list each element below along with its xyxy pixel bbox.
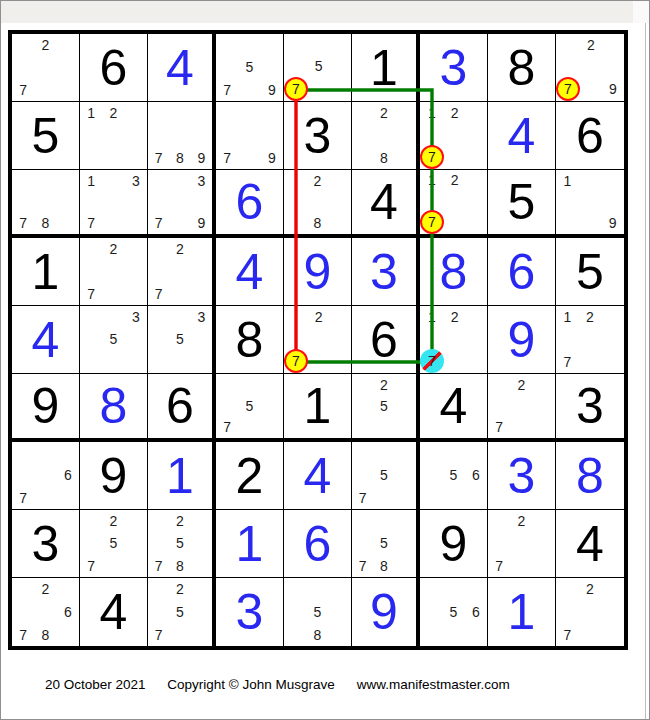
empty-candidate-slot xyxy=(169,283,190,305)
cell-r2c3[interactable]: 789 xyxy=(148,102,216,170)
cell-r9c4[interactable]: 3 xyxy=(216,578,284,646)
cell-r9c3[interactable]: 257 xyxy=(148,578,216,646)
cell-r1c3[interactable]: 4 xyxy=(148,34,216,102)
candidate-grid: 257 xyxy=(148,578,212,646)
empty-candidate-slot xyxy=(12,170,34,191)
candidate-9: 9 xyxy=(602,77,624,101)
cell-r9c1[interactable]: 2678 xyxy=(12,578,80,646)
empty-candidate-slot xyxy=(352,442,373,464)
candidate-grid: 379 xyxy=(148,170,212,234)
cell-r9c5[interactable]: 58 xyxy=(284,578,352,646)
given-digit: 8 xyxy=(488,34,555,101)
cell-r7c6[interactable]: 57 xyxy=(352,442,420,510)
empty-candidate-slot xyxy=(261,395,283,416)
empty-candidate-slot xyxy=(80,351,102,373)
cell-r2c5[interactable]: 3 xyxy=(284,102,352,170)
empty-candidate-slot xyxy=(34,487,56,509)
candidate-7: 7 xyxy=(488,417,510,438)
cell-r3c1[interactable]: 78 xyxy=(12,170,80,238)
candidate-grid: 257 xyxy=(80,510,147,577)
empty-candidate-slot xyxy=(80,532,102,554)
empty-candidate-slot xyxy=(125,124,147,146)
empty-candidate-slot xyxy=(191,124,212,146)
empty-candidate-slot xyxy=(102,260,124,282)
cell-r6c5[interactable]: 1 xyxy=(284,374,352,442)
empty-candidate-slot xyxy=(148,510,169,532)
candidate-8: 8 xyxy=(34,623,56,646)
cell-r6c1[interactable]: 9 xyxy=(12,374,80,442)
empty-candidate-slot xyxy=(125,283,147,305)
empty-candidate-slot xyxy=(216,56,238,78)
candidate-5: 5 xyxy=(442,464,464,486)
cell-r3c8[interactable]: 5 xyxy=(488,170,556,238)
empty-candidate-slot xyxy=(12,601,34,624)
solved-digit: 3 xyxy=(488,442,555,509)
footer-website: www.manifestmaster.com xyxy=(357,677,510,692)
given-digit: 4 xyxy=(556,510,624,577)
empty-candidate-slot xyxy=(191,555,212,577)
candidate-2: 2 xyxy=(373,102,394,124)
sudoku-board: 2764579571382795127897932812746781373796… xyxy=(8,30,628,650)
footer-copyright: Copyright © John Musgrave xyxy=(167,677,335,692)
empty-candidate-slot xyxy=(238,102,260,124)
empty-candidate-slot xyxy=(329,213,351,234)
empty-candidate-slot xyxy=(57,170,79,191)
candidate-8: 8 xyxy=(373,147,394,169)
empty-candidate-slot xyxy=(148,260,169,282)
cell-r8c1[interactable]: 3 xyxy=(12,510,80,578)
empty-candidate-slot xyxy=(238,34,260,56)
candidate-grid: 137 xyxy=(80,170,147,234)
empty-candidate-slot xyxy=(533,532,555,554)
solved-digit: 3 xyxy=(352,238,416,305)
empty-candidate-slot xyxy=(102,351,124,373)
empty-candidate-slot xyxy=(466,328,488,350)
empty-candidate-slot xyxy=(579,170,602,191)
cell-r2c2[interactable]: 12 xyxy=(80,102,148,170)
candidate-8: 8 xyxy=(306,213,328,234)
candidate-grid: 57 xyxy=(352,442,416,509)
empty-candidate-slot xyxy=(330,34,352,56)
cell-r4c2[interactable]: 27 xyxy=(80,238,148,306)
empty-candidate-slot xyxy=(352,417,373,438)
footer-date: 20 October 2021 xyxy=(45,677,146,692)
empty-candidate-slot xyxy=(125,102,147,124)
empty-candidate-slot xyxy=(466,349,488,373)
given-digit: 8 xyxy=(216,306,283,373)
empty-candidate-slot xyxy=(579,328,602,350)
cell-r4c9[interactable]: 5 xyxy=(556,238,624,306)
empty-candidate-slot xyxy=(444,328,466,350)
candidate-grid: 58 xyxy=(284,578,351,646)
cell-r7c4[interactable]: 2 xyxy=(216,442,284,510)
empty-candidate-slot xyxy=(238,79,260,101)
solved-digit: 1 xyxy=(488,578,555,646)
top-bar-end xyxy=(633,1,650,23)
candidate-grid: 27 xyxy=(80,238,147,305)
empty-candidate-slot xyxy=(284,34,308,56)
empty-candidate-slot xyxy=(34,79,56,101)
cell-r2c6[interactable]: 28 xyxy=(352,102,420,170)
empty-candidate-slot xyxy=(556,56,580,78)
empty-candidate-slot xyxy=(420,464,442,486)
cell-r6c6[interactable]: 25 xyxy=(352,374,420,442)
candidate-grid: 79 xyxy=(216,102,283,169)
empty-candidate-slot xyxy=(216,374,238,395)
empty-candidate-slot xyxy=(444,145,466,169)
candidate-9: 9 xyxy=(261,79,283,101)
cell-r4c5[interactable]: 9 xyxy=(284,238,352,306)
empty-candidate-slot xyxy=(373,124,394,146)
empty-candidate-slot xyxy=(395,147,416,169)
empty-candidate-slot xyxy=(308,328,330,350)
cell-r7c8[interactable]: 3 xyxy=(488,442,556,510)
empty-candidate-slot xyxy=(330,306,352,328)
empty-candidate-slot xyxy=(466,306,488,328)
cell-r5c4[interactable]: 8 xyxy=(216,306,284,374)
cell-r3c6[interactable]: 4 xyxy=(352,170,420,238)
empty-candidate-slot xyxy=(102,124,124,146)
candidate-1: 1 xyxy=(556,306,579,328)
candidate-grid: 127 xyxy=(420,170,487,234)
empty-candidate-slot xyxy=(308,34,330,56)
empty-candidate-slot xyxy=(191,102,212,124)
candidate-5: 5 xyxy=(102,532,124,554)
empty-candidate-slot xyxy=(57,578,79,601)
cell-r4c4[interactable]: 4 xyxy=(216,238,284,306)
candidate-3: 3 xyxy=(125,170,147,191)
cell-r5c7[interactable]: 127 xyxy=(420,306,488,374)
empty-candidate-slot xyxy=(57,56,79,78)
given-digit: 1 xyxy=(12,238,79,305)
cell-r9c9[interactable]: 27 xyxy=(556,578,624,646)
candidate-9: 9 xyxy=(261,147,283,169)
empty-candidate-slot xyxy=(102,191,124,212)
cell-r3c5[interactable]: 28 xyxy=(284,170,352,238)
empty-candidate-slot xyxy=(169,260,190,282)
given-digit: 9 xyxy=(420,510,487,577)
empty-candidate-slot xyxy=(102,306,124,328)
cell-r7c1[interactable]: 67 xyxy=(12,442,80,510)
candidate-grid: 12 xyxy=(80,102,147,169)
candidate-1: 1 xyxy=(420,170,444,190)
empty-candidate-slot xyxy=(191,351,212,373)
empty-candidate-slot xyxy=(352,147,373,169)
candidate-grid: 578 xyxy=(352,510,416,577)
cell-r8c7[interactable]: 9 xyxy=(420,510,488,578)
cell-r7c2[interactable]: 9 xyxy=(80,442,148,510)
page: 2764579571382795127897932812746781373796… xyxy=(0,0,650,720)
empty-candidate-slot xyxy=(488,532,510,554)
cell-r6c8[interactable]: 27 xyxy=(488,374,556,442)
cell-r3c4[interactable]: 6 xyxy=(216,170,284,238)
empty-candidate-slot xyxy=(395,487,416,509)
empty-candidate-slot xyxy=(191,623,212,646)
candidate-5: 5 xyxy=(373,395,394,416)
candidate-7: 7 xyxy=(148,147,169,169)
candidate-grid: 78 xyxy=(12,170,79,234)
candidate-grid: 57 xyxy=(216,374,283,438)
empty-candidate-slot xyxy=(466,145,488,169)
candidate-2: 2 xyxy=(169,238,190,260)
empty-candidate-slot xyxy=(284,623,306,646)
empty-candidate-slot xyxy=(80,306,102,328)
candidate-2: 2 xyxy=(444,170,466,190)
cell-r4c3[interactable]: 27 xyxy=(148,238,216,306)
cell-r5c8[interactable]: 9 xyxy=(488,306,556,374)
candidate-2: 2 xyxy=(444,306,466,328)
cell-r7c3[interactable]: 1 xyxy=(148,442,216,510)
cell-r4c1[interactable]: 1 xyxy=(12,238,80,306)
candidate-7: 7 xyxy=(80,213,102,234)
cell-r4c8[interactable]: 6 xyxy=(488,238,556,306)
candidate-2: 2 xyxy=(34,578,56,601)
solved-digit: 8 xyxy=(80,374,147,438)
empty-candidate-slot xyxy=(148,170,169,191)
chain-node-candidate-7: 7 xyxy=(284,77,308,101)
empty-candidate-slot xyxy=(488,395,510,416)
empty-candidate-slot xyxy=(329,191,351,212)
elimination-target-candidate-7: 7 xyxy=(420,349,444,373)
cell-r2c7[interactable]: 127 xyxy=(420,102,488,170)
cell-r7c5[interactable]: 4 xyxy=(284,442,352,510)
empty-candidate-slot xyxy=(442,487,464,509)
empty-candidate-slot xyxy=(420,190,444,210)
empty-candidate-slot xyxy=(12,464,34,486)
cell-r9c2[interactable]: 4 xyxy=(80,578,148,646)
empty-candidate-slot xyxy=(601,578,624,601)
empty-candidate-slot xyxy=(102,170,124,191)
candidate-8: 8 xyxy=(34,213,56,234)
cell-r6c3[interactable]: 6 xyxy=(148,374,216,442)
candidate-grid: 2578 xyxy=(148,510,212,577)
cell-r8c5[interactable]: 6 xyxy=(284,510,352,578)
empty-candidate-slot xyxy=(352,510,373,532)
cell-r5c9[interactable]: 127 xyxy=(556,306,624,374)
empty-candidate-slot xyxy=(148,532,169,554)
empty-candidate-slot xyxy=(352,395,373,416)
candidate-3: 3 xyxy=(191,170,212,191)
candidate-7: 7 xyxy=(80,283,102,305)
candidate-8: 8 xyxy=(306,623,328,646)
cell-r1c8[interactable]: 8 xyxy=(488,34,556,102)
empty-candidate-slot xyxy=(125,328,147,350)
candidate-grid: 127 xyxy=(420,306,487,373)
cell-r6c9[interactable]: 3 xyxy=(556,374,624,442)
cell-r8c8[interactable]: 27 xyxy=(488,510,556,578)
empty-candidate-slot xyxy=(556,213,579,234)
empty-candidate-slot xyxy=(102,213,124,234)
empty-candidate-slot xyxy=(352,464,373,486)
candidate-grid: 28 xyxy=(284,170,351,234)
cell-r3c7[interactable]: 127 xyxy=(420,170,488,238)
cell-r4c7[interactable]: 8 xyxy=(420,238,488,306)
empty-candidate-slot xyxy=(57,623,79,646)
candidate-7: 7 xyxy=(12,79,34,101)
empty-candidate-slot xyxy=(57,34,79,56)
chain-node-candidate-7: 7 xyxy=(420,145,444,169)
empty-candidate-slot xyxy=(102,283,124,305)
cell-r8c6[interactable]: 578 xyxy=(352,510,420,578)
candidate-5: 5 xyxy=(238,56,260,78)
empty-candidate-slot xyxy=(329,623,351,646)
empty-candidate-slot xyxy=(57,213,79,234)
empty-candidate-slot xyxy=(34,442,56,464)
cell-r4c6[interactable]: 3 xyxy=(352,238,420,306)
cell-r2c4[interactable]: 79 xyxy=(216,102,284,170)
empty-candidate-slot xyxy=(329,170,351,191)
empty-candidate-slot xyxy=(601,351,624,373)
cell-r3c9[interactable]: 19 xyxy=(556,170,624,238)
cell-r1c6[interactable]: 1 xyxy=(352,34,420,102)
empty-candidate-slot xyxy=(80,124,102,146)
empty-candidate-slot xyxy=(465,623,487,646)
empty-candidate-slot xyxy=(169,351,190,373)
candidate-grid: 25 xyxy=(352,374,416,438)
cell-r5c5[interactable]: 27 xyxy=(284,306,352,374)
candidate-3: 3 xyxy=(125,306,147,328)
empty-candidate-slot xyxy=(602,34,624,56)
empty-candidate-slot xyxy=(420,578,442,601)
candidate-grid: 579 xyxy=(216,34,283,101)
empty-candidate-slot xyxy=(125,191,147,212)
cell-r1c5[interactable]: 57 xyxy=(284,34,352,102)
cell-r6c7[interactable]: 4 xyxy=(420,374,488,442)
cell-r5c1[interactable]: 4 xyxy=(12,306,80,374)
empty-candidate-slot xyxy=(444,349,466,373)
cell-r9c8[interactable]: 1 xyxy=(488,578,556,646)
cell-r7c9[interactable]: 8 xyxy=(556,442,624,510)
empty-candidate-slot xyxy=(330,349,352,373)
empty-candidate-slot xyxy=(125,532,147,554)
cell-r5c6[interactable]: 6 xyxy=(352,306,420,374)
empty-candidate-slot xyxy=(395,395,416,416)
candidate-2: 2 xyxy=(169,510,190,532)
candidate-1: 1 xyxy=(556,170,579,191)
empty-candidate-slot xyxy=(284,306,308,328)
candidate-9: 9 xyxy=(601,213,624,234)
candidate-2: 2 xyxy=(510,374,532,395)
empty-candidate-slot xyxy=(125,260,147,282)
candidate-7: 7 xyxy=(216,417,238,438)
empty-candidate-slot xyxy=(533,555,555,577)
empty-candidate-slot xyxy=(442,442,464,464)
empty-candidate-slot xyxy=(510,417,532,438)
candidate-2: 2 xyxy=(306,170,328,191)
cell-r2c1[interactable]: 5 xyxy=(12,102,80,170)
empty-candidate-slot xyxy=(80,260,102,282)
candidate-7: 7 xyxy=(556,623,579,646)
candidate-5: 5 xyxy=(442,601,464,624)
empty-candidate-slot xyxy=(284,601,306,624)
cell-r8c9[interactable]: 4 xyxy=(556,510,624,578)
candidate-7: 7 xyxy=(216,147,238,169)
empty-candidate-slot xyxy=(444,190,466,210)
candidate-7: 7 xyxy=(556,351,579,373)
candidate-2: 2 xyxy=(579,578,602,601)
cell-r6c2[interactable]: 8 xyxy=(80,374,148,442)
cell-r8c4[interactable]: 1 xyxy=(216,510,284,578)
empty-candidate-slot xyxy=(395,124,416,146)
empty-candidate-slot xyxy=(533,374,555,395)
given-digit: 1 xyxy=(284,374,351,438)
cell-r2c8[interactable]: 4 xyxy=(488,102,556,170)
solved-digit: 3 xyxy=(216,578,283,646)
candidate-grid: 28 xyxy=(352,102,416,169)
candidate-grid: 789 xyxy=(148,102,212,169)
given-digit: 5 xyxy=(12,102,79,169)
cell-r1c2[interactable]: 6 xyxy=(80,34,148,102)
empty-candidate-slot xyxy=(579,601,602,624)
cell-r1c1[interactable]: 27 xyxy=(12,34,80,102)
candidate-6: 6 xyxy=(57,464,79,486)
empty-candidate-slot xyxy=(373,510,394,532)
cell-r3c3[interactable]: 379 xyxy=(148,170,216,238)
candidate-7: 7 xyxy=(12,487,34,509)
empty-candidate-slot xyxy=(395,102,416,124)
cell-r5c2[interactable]: 35 xyxy=(80,306,148,374)
empty-candidate-slot xyxy=(57,79,79,101)
given-digit: 6 xyxy=(148,374,212,438)
cell-r1c9[interactable]: 279 xyxy=(556,34,624,102)
cell-r6c4[interactable]: 57 xyxy=(216,374,284,442)
solved-digit: 9 xyxy=(352,578,416,646)
cell-r5c3[interactable]: 35 xyxy=(148,306,216,374)
solved-digit: 4 xyxy=(284,442,351,509)
solved-digit: 9 xyxy=(488,306,555,373)
cell-r9c7[interactable]: 56 xyxy=(420,578,488,646)
empty-candidate-slot xyxy=(395,442,416,464)
empty-candidate-slot xyxy=(465,578,487,601)
cell-r9c6[interactable]: 9 xyxy=(352,578,420,646)
candidate-2: 2 xyxy=(102,238,124,260)
empty-candidate-slot xyxy=(57,191,79,212)
cell-r3c2[interactable]: 137 xyxy=(80,170,148,238)
empty-candidate-slot xyxy=(466,170,488,190)
empty-candidate-slot xyxy=(261,102,283,124)
solved-digit: 1 xyxy=(148,442,212,509)
empty-candidate-slot xyxy=(191,601,212,624)
right-gutter-line xyxy=(645,23,646,720)
empty-candidate-slot xyxy=(191,510,212,532)
empty-candidate-slot xyxy=(148,578,169,601)
given-digit: 6 xyxy=(352,306,416,373)
candidate-6: 6 xyxy=(465,601,487,624)
candidate-2: 2 xyxy=(510,510,532,532)
cell-r7c7[interactable]: 56 xyxy=(420,442,488,510)
empty-candidate-slot xyxy=(125,213,147,234)
empty-candidate-slot xyxy=(169,623,190,646)
empty-candidate-slot xyxy=(533,510,555,532)
candidate-2: 2 xyxy=(102,510,124,532)
cell-r2c9[interactable]: 6 xyxy=(556,102,624,170)
candidate-grid: 127 xyxy=(556,306,624,373)
empty-candidate-slot xyxy=(556,328,579,350)
empty-candidate-slot xyxy=(191,328,212,350)
empty-candidate-slot xyxy=(57,487,79,509)
solved-digit: 1 xyxy=(216,510,283,577)
cell-r1c4[interactable]: 579 xyxy=(216,34,284,102)
empty-candidate-slot xyxy=(395,374,416,395)
cell-r1c7[interactable]: 3 xyxy=(420,34,488,102)
empty-candidate-slot xyxy=(148,238,169,260)
empty-candidate-slot xyxy=(238,147,260,169)
solved-digit: 8 xyxy=(420,238,487,305)
empty-candidate-slot xyxy=(330,56,352,78)
cell-r8c2[interactable]: 257 xyxy=(80,510,148,578)
candidate-5: 5 xyxy=(169,601,190,624)
cell-r8c3[interactable]: 2578 xyxy=(148,510,216,578)
